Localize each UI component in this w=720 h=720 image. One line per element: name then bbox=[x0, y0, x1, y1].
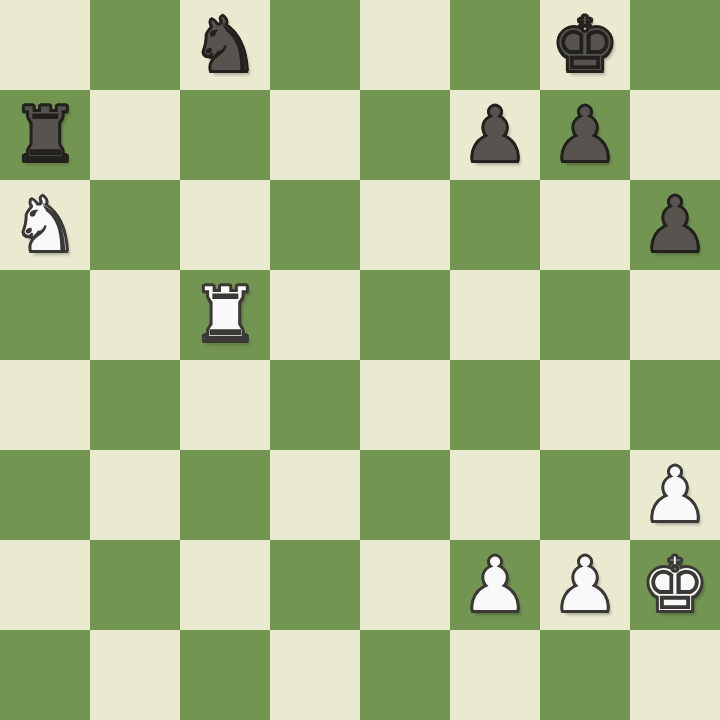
square-a1[interactable] bbox=[0, 630, 90, 720]
square-b5[interactable] bbox=[90, 270, 180, 360]
square-g7[interactable]: ♟ bbox=[540, 90, 630, 180]
square-g1[interactable] bbox=[540, 630, 630, 720]
square-e6[interactable] bbox=[360, 180, 450, 270]
square-e3[interactable] bbox=[360, 450, 450, 540]
square-f3[interactable] bbox=[450, 450, 540, 540]
square-f7[interactable]: ♟ bbox=[450, 90, 540, 180]
square-a6[interactable]: ♞ bbox=[0, 180, 90, 270]
square-b8[interactable] bbox=[90, 0, 180, 90]
square-d5[interactable] bbox=[270, 270, 360, 360]
square-b4[interactable] bbox=[90, 360, 180, 450]
square-h7[interactable] bbox=[630, 90, 720, 180]
square-f5[interactable] bbox=[450, 270, 540, 360]
square-b1[interactable] bbox=[90, 630, 180, 720]
black-king-piece[interactable]: ♚ bbox=[540, 0, 630, 90]
square-c1[interactable] bbox=[180, 630, 270, 720]
square-d6[interactable] bbox=[270, 180, 360, 270]
square-h2[interactable]: ♚ bbox=[630, 540, 720, 630]
white-rook-piece[interactable]: ♜ bbox=[180, 270, 270, 360]
square-f2[interactable]: ♟ bbox=[450, 540, 540, 630]
square-g2[interactable]: ♟ bbox=[540, 540, 630, 630]
square-a4[interactable] bbox=[0, 360, 90, 450]
square-a5[interactable] bbox=[0, 270, 90, 360]
square-a2[interactable] bbox=[0, 540, 90, 630]
square-a3[interactable] bbox=[0, 450, 90, 540]
square-h1[interactable] bbox=[630, 630, 720, 720]
square-g6[interactable] bbox=[540, 180, 630, 270]
square-g4[interactable] bbox=[540, 360, 630, 450]
square-h3[interactable]: ♟ bbox=[630, 450, 720, 540]
square-e1[interactable] bbox=[360, 630, 450, 720]
square-f6[interactable] bbox=[450, 180, 540, 270]
square-e7[interactable] bbox=[360, 90, 450, 180]
black-knight-piece[interactable]: ♞ bbox=[180, 0, 270, 90]
square-c4[interactable] bbox=[180, 360, 270, 450]
square-e5[interactable] bbox=[360, 270, 450, 360]
white-pawn-piece[interactable]: ♟ bbox=[540, 540, 630, 630]
square-d1[interactable] bbox=[270, 630, 360, 720]
square-h6[interactable]: ♟ bbox=[630, 180, 720, 270]
square-c7[interactable] bbox=[180, 90, 270, 180]
square-g3[interactable] bbox=[540, 450, 630, 540]
square-b2[interactable] bbox=[90, 540, 180, 630]
square-c8[interactable]: ♞ bbox=[180, 0, 270, 90]
black-pawn-piece[interactable]: ♟ bbox=[630, 180, 720, 270]
square-c5[interactable]: ♜ bbox=[180, 270, 270, 360]
square-d4[interactable] bbox=[270, 360, 360, 450]
square-c6[interactable] bbox=[180, 180, 270, 270]
chess-board: ♞♚♜♟♟♞♟♜♟♟♟♚ bbox=[0, 0, 720, 720]
black-pawn-piece[interactable]: ♟ bbox=[540, 90, 630, 180]
square-h5[interactable] bbox=[630, 270, 720, 360]
white-knight-piece[interactable]: ♞ bbox=[0, 180, 90, 270]
square-d2[interactable] bbox=[270, 540, 360, 630]
square-e2[interactable] bbox=[360, 540, 450, 630]
square-b6[interactable] bbox=[90, 180, 180, 270]
square-d8[interactable] bbox=[270, 0, 360, 90]
square-f8[interactable] bbox=[450, 0, 540, 90]
black-rook-piece[interactable]: ♜ bbox=[0, 90, 90, 180]
square-g8[interactable]: ♚ bbox=[540, 0, 630, 90]
square-h8[interactable] bbox=[630, 0, 720, 90]
square-d3[interactable] bbox=[270, 450, 360, 540]
white-pawn-piece[interactable]: ♟ bbox=[450, 540, 540, 630]
square-b7[interactable] bbox=[90, 90, 180, 180]
square-a8[interactable] bbox=[0, 0, 90, 90]
square-h4[interactable] bbox=[630, 360, 720, 450]
square-f1[interactable] bbox=[450, 630, 540, 720]
square-c3[interactable] bbox=[180, 450, 270, 540]
square-e8[interactable] bbox=[360, 0, 450, 90]
white-king-piece[interactable]: ♚ bbox=[630, 540, 720, 630]
square-f4[interactable] bbox=[450, 360, 540, 450]
black-pawn-piece[interactable]: ♟ bbox=[450, 90, 540, 180]
white-pawn-piece[interactable]: ♟ bbox=[630, 450, 720, 540]
square-a7[interactable]: ♜ bbox=[0, 90, 90, 180]
square-b3[interactable] bbox=[90, 450, 180, 540]
square-c2[interactable] bbox=[180, 540, 270, 630]
square-g5[interactable] bbox=[540, 270, 630, 360]
square-d7[interactable] bbox=[270, 90, 360, 180]
square-e4[interactable] bbox=[360, 360, 450, 450]
